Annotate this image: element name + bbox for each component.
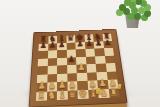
piece-black-queen[interactable]: ♛ (67, 34, 75, 43)
square-b1[interactable]: ♞ (46, 91, 56, 101)
square-d1[interactable]: ♛ (67, 90, 78, 100)
piece-white-king[interactable]: ♚ (78, 87, 87, 98)
piece-white-knight[interactable]: ♞ (47, 89, 56, 100)
photo-background: ♜♞♝♛♚♝♞♜♟♟♟♟♟♟♟♟♟♟♟♟♟♟♟♟♜♞♝♛♚♝♞♜ (0, 0, 160, 107)
brass-latch (96, 88, 100, 94)
piece-black-pawn[interactable]: ♟ (85, 40, 93, 48)
plant-foliage (129, 2, 136, 9)
piece-white-queen[interactable]: ♛ (68, 88, 77, 99)
chess-board-wrapper: ♜♞♝♛♚♝♞♜♟♟♟♟♟♟♟♟♟♟♟♟♟♟♟♟♜♞♝♛♚♝♞♜ (25, 6, 127, 107)
piece-black-pawn[interactable]: ♟ (49, 42, 56, 50)
plant-pot (124, 13, 141, 28)
square-h1[interactable]: ♜ (108, 88, 120, 98)
board-frame: ♜♞♝♛♚♝♞♜♟♟♟♟♟♟♟♟♟♟♟♟♟♟♟♟♜♞♝♛♚♝♞♜ (29, 29, 128, 107)
piece-white-pawn[interactable]: ♟ (77, 63, 85, 72)
square-c1[interactable]: ♝ (57, 90, 67, 100)
piece-white-bishop[interactable]: ♝ (58, 88, 67, 99)
piece-white-rook[interactable]: ♜ (37, 89, 46, 100)
piece-black-pawn[interactable]: ♟ (95, 40, 103, 48)
square-e1[interactable]: ♚ (77, 90, 88, 100)
chess-board[interactable]: ♜♞♝♛♚♝♞♜♟♟♟♟♟♟♟♟♟♟♟♟♟♟♟♟♜♞♝♛♚♝♞♜ (36, 34, 120, 101)
square-a1[interactable]: ♜ (36, 91, 47, 101)
piece-black-pawn[interactable]: ♟ (40, 42, 47, 50)
piece-black-pawn[interactable]: ♟ (76, 41, 84, 49)
chess-board-3d: ♜♞♝♛♚♝♞♜♟♟♟♟♟♟♟♟♟♟♟♟♟♟♟♟♜♞♝♛♚♝♞♜ (29, 29, 128, 107)
piece-black-pawn[interactable]: ♟ (104, 39, 112, 47)
piece-black-pawn[interactable]: ♟ (58, 41, 65, 49)
piece-black-pawn[interactable]: ♟ (68, 56, 76, 65)
